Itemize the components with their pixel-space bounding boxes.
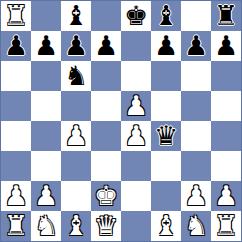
square-f6[interactable] xyxy=(151,61,181,91)
square-h2[interactable]: ♟ xyxy=(211,181,241,211)
piece-black-rook[interactable]: ♜ xyxy=(214,2,238,29)
piece-black-bishop[interactable]: ♝ xyxy=(154,2,178,29)
square-b4[interactable] xyxy=(31,121,61,151)
square-g8[interactable] xyxy=(181,1,211,31)
square-g4[interactable] xyxy=(181,121,211,151)
piece-white-bishop[interactable]: ♝ xyxy=(64,212,88,239)
square-b7[interactable]: ♟ xyxy=(31,31,61,61)
square-h7[interactable]: ♟ xyxy=(211,31,241,61)
square-e7[interactable] xyxy=(121,31,151,61)
square-d8[interactable] xyxy=(91,1,121,31)
square-d4[interactable] xyxy=(91,121,121,151)
square-g7[interactable]: ♟ xyxy=(181,31,211,61)
piece-white-pawn[interactable]: ♟ xyxy=(124,122,148,149)
square-e5[interactable]: ♟ xyxy=(121,91,151,121)
square-e4[interactable]: ♟ xyxy=(121,121,151,151)
piece-white-rook[interactable]: ♜ xyxy=(4,212,28,239)
piece-black-pawn[interactable]: ♟ xyxy=(94,32,118,59)
piece-black-pawn[interactable]: ♟ xyxy=(184,32,208,59)
square-e3[interactable] xyxy=(121,151,151,181)
square-h4[interactable] xyxy=(211,121,241,151)
square-a5[interactable] xyxy=(1,91,31,121)
square-c3[interactable] xyxy=(61,151,91,181)
square-h1[interactable]: ♜ xyxy=(211,211,241,241)
square-b2[interactable]: ♟ xyxy=(31,181,61,211)
square-g1[interactable]: ♞ xyxy=(181,211,211,241)
piece-white-pawn[interactable]: ♟ xyxy=(214,182,238,209)
square-a8[interactable]: ♜ xyxy=(1,1,31,31)
square-a4[interactable] xyxy=(1,121,31,151)
square-c6[interactable]: ♞ xyxy=(61,61,91,91)
square-e2[interactable] xyxy=(121,181,151,211)
square-g2[interactable]: ♟ xyxy=(181,181,211,211)
square-e1[interactable] xyxy=(121,211,151,241)
piece-black-pawn[interactable]: ♟ xyxy=(4,32,28,59)
square-f5[interactable] xyxy=(151,91,181,121)
square-a3[interactable] xyxy=(1,151,31,181)
square-a1[interactable]: ♜ xyxy=(1,211,31,241)
square-b8[interactable] xyxy=(31,1,61,31)
piece-white-bishop[interactable]: ♝ xyxy=(154,212,178,239)
piece-white-pawn[interactable]: ♟ xyxy=(64,122,88,149)
piece-white-pawn[interactable]: ♟ xyxy=(184,182,208,209)
square-c4[interactable]: ♟ xyxy=(61,121,91,151)
piece-white-rook[interactable]: ♜ xyxy=(214,212,238,239)
square-b1[interactable]: ♞ xyxy=(31,211,61,241)
square-h6[interactable] xyxy=(211,61,241,91)
square-f7[interactable]: ♟ xyxy=(151,31,181,61)
square-a6[interactable] xyxy=(1,61,31,91)
square-d5[interactable] xyxy=(91,91,121,121)
square-e6[interactable] xyxy=(121,61,151,91)
square-b5[interactable] xyxy=(31,91,61,121)
square-d6[interactable] xyxy=(91,61,121,91)
piece-white-pawn[interactable]: ♟ xyxy=(124,92,148,119)
piece-black-king[interactable]: ♚ xyxy=(124,2,148,29)
square-c2[interactable] xyxy=(61,181,91,211)
piece-black-pawn[interactable]: ♟ xyxy=(154,32,178,59)
piece-black-bishop[interactable]: ♝ xyxy=(64,2,88,29)
piece-white-king[interactable]: ♚ xyxy=(94,182,118,209)
square-a2[interactable]: ♟ xyxy=(1,181,31,211)
square-b6[interactable] xyxy=(31,61,61,91)
square-f4[interactable]: ♛ xyxy=(151,121,181,151)
square-b3[interactable] xyxy=(31,151,61,181)
square-g5[interactable] xyxy=(181,91,211,121)
square-h8[interactable]: ♜ xyxy=(211,1,241,31)
square-h3[interactable] xyxy=(211,151,241,181)
square-c8[interactable]: ♝ xyxy=(61,1,91,31)
square-g6[interactable] xyxy=(181,61,211,91)
square-f8[interactable]: ♝ xyxy=(151,1,181,31)
piece-white-rook[interactable]: ♜ xyxy=(4,2,28,29)
piece-white-pawn[interactable]: ♟ xyxy=(4,182,28,209)
square-d7[interactable]: ♟ xyxy=(91,31,121,61)
piece-white-knight[interactable]: ♞ xyxy=(34,212,58,239)
piece-white-pawn[interactable]: ♟ xyxy=(34,182,58,209)
square-f1[interactable]: ♝ xyxy=(151,211,181,241)
piece-white-queen[interactable]: ♛ xyxy=(94,212,118,239)
piece-black-pawn[interactable]: ♟ xyxy=(214,32,238,59)
square-f2[interactable] xyxy=(151,181,181,211)
square-c7[interactable]: ♟ xyxy=(61,31,91,61)
square-a7[interactable]: ♟ xyxy=(1,31,31,61)
square-c1[interactable]: ♝ xyxy=(61,211,91,241)
square-d2[interactable]: ♚ xyxy=(91,181,121,211)
chess-board: ♜♝♚♝♜♟♟♟♟♟♟♟♞♟♟♟♛♟♟♚♟♟♜♞♝♛♝♞♜ xyxy=(0,0,242,242)
piece-white-knight[interactable]: ♞ xyxy=(184,212,208,239)
square-e8[interactable]: ♚ xyxy=(121,1,151,31)
square-d3[interactable] xyxy=(91,151,121,181)
piece-black-queen[interactable]: ♛ xyxy=(154,122,178,149)
square-c5[interactable] xyxy=(61,91,91,121)
piece-black-pawn[interactable]: ♟ xyxy=(64,32,88,59)
piece-black-pawn[interactable]: ♟ xyxy=(34,32,58,59)
piece-black-knight[interactable]: ♞ xyxy=(64,62,88,89)
square-h5[interactable] xyxy=(211,91,241,121)
square-d1[interactable]: ♛ xyxy=(91,211,121,241)
square-f3[interactable] xyxy=(151,151,181,181)
square-g3[interactable] xyxy=(181,151,211,181)
